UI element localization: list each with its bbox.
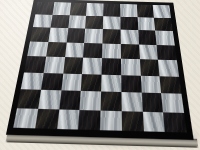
- square-r3c6[interactable]: [139, 44, 159, 60]
- square-r5c2[interactable]: [61, 73, 82, 91]
- square-r2c5[interactable]: [120, 30, 138, 45]
- square-r6c0[interactable]: [17, 89, 41, 108]
- square-r1c3[interactable]: [85, 15, 103, 29]
- square-r6c3[interactable]: [80, 91, 101, 110]
- square-r4c6[interactable]: [139, 59, 159, 76]
- square-r1c0[interactable]: [33, 14, 53, 28]
- square-r1c1[interactable]: [50, 14, 69, 28]
- square-r7c2[interactable]: [57, 109, 80, 130]
- square-r0c7[interactable]: [153, 5, 171, 18]
- square-r3c2[interactable]: [65, 42, 85, 57]
- square-r6c7[interactable]: [161, 93, 184, 112]
- square-r3c1[interactable]: [46, 42, 66, 57]
- square-r4c1[interactable]: [43, 57, 64, 74]
- square-r4c5[interactable]: [121, 59, 141, 76]
- square-r4c3[interactable]: [82, 58, 102, 75]
- square-r6c2[interactable]: [59, 90, 81, 109]
- square-r7c6[interactable]: [142, 111, 165, 132]
- square-r5c7[interactable]: [160, 76, 182, 94]
- square-r5c4[interactable]: [101, 74, 121, 92]
- square-r1c5[interactable]: [120, 16, 138, 30]
- square-r6c6[interactable]: [141, 93, 163, 112]
- square-r2c7[interactable]: [155, 31, 174, 46]
- square-r4c7[interactable]: [158, 60, 179, 77]
- square-r5c3[interactable]: [81, 74, 102, 92]
- square-r0c4[interactable]: [103, 4, 120, 17]
- board-squares-grid: [13, 2, 187, 133]
- square-r4c0[interactable]: [24, 56, 46, 73]
- square-r6c5[interactable]: [121, 92, 142, 111]
- square-r7c5[interactable]: [121, 111, 143, 132]
- square-r2c2[interactable]: [66, 28, 85, 43]
- square-r5c1[interactable]: [41, 73, 63, 91]
- square-r4c2[interactable]: [63, 57, 83, 74]
- square-r5c0[interactable]: [21, 72, 44, 90]
- square-r3c0[interactable]: [27, 41, 48, 56]
- square-r6c1[interactable]: [38, 90, 61, 109]
- board-frame: [6, 0, 194, 140]
- square-r0c5[interactable]: [120, 4, 137, 17]
- square-r7c4[interactable]: [100, 110, 122, 131]
- square-r7c3[interactable]: [78, 109, 100, 130]
- square-r2c1[interactable]: [48, 28, 68, 42]
- photo-scene: [0, 0, 200, 150]
- square-r3c7[interactable]: [157, 45, 177, 61]
- square-r7c7[interactable]: [163, 112, 187, 133]
- square-r2c6[interactable]: [138, 30, 157, 45]
- square-r2c3[interactable]: [84, 29, 102, 44]
- square-r3c5[interactable]: [121, 44, 140, 60]
- square-r2c4[interactable]: [102, 29, 120, 44]
- square-r1c4[interactable]: [103, 16, 120, 30]
- square-r5c5[interactable]: [121, 75, 141, 93]
- square-r1c6[interactable]: [137, 17, 155, 31]
- square-r1c2[interactable]: [68, 15, 86, 29]
- square-r3c3[interactable]: [83, 43, 102, 59]
- square-r5c6[interactable]: [140, 75, 161, 93]
- square-r7c1[interactable]: [35, 108, 59, 129]
- square-r0c3[interactable]: [86, 3, 103, 16]
- square-r4c4[interactable]: [102, 58, 121, 75]
- chess-board: [6, 0, 194, 140]
- square-r0c2[interactable]: [69, 3, 87, 16]
- square-r3c4[interactable]: [102, 43, 121, 59]
- square-r6c4[interactable]: [101, 91, 122, 110]
- square-r1c7[interactable]: [154, 17, 173, 31]
- square-r0c0[interactable]: [35, 2, 54, 15]
- square-r2c0[interactable]: [30, 27, 50, 41]
- square-r0c1[interactable]: [52, 2, 70, 15]
- square-r0c6[interactable]: [136, 4, 154, 17]
